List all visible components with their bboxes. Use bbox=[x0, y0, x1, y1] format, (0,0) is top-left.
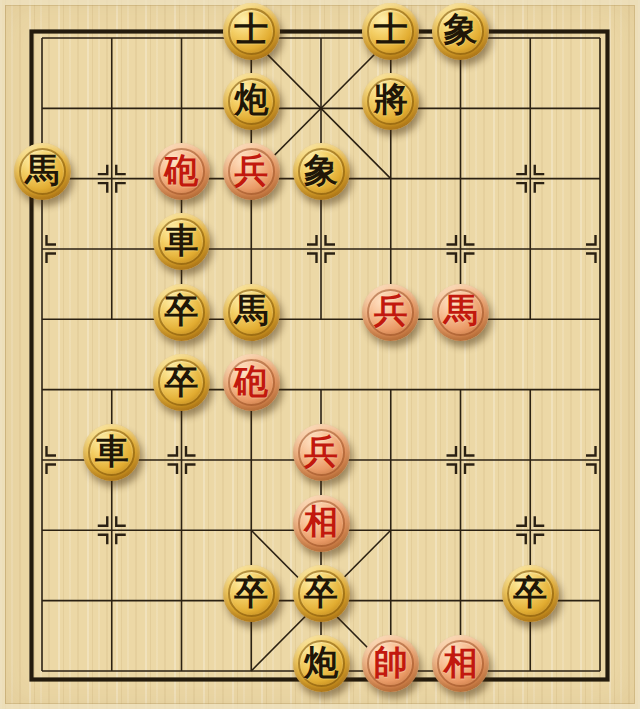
piece-black-advisor[interactable]: 士 bbox=[362, 3, 419, 60]
black-horse-glyph: 馬 bbox=[25, 154, 59, 188]
red-soldier-glyph: 兵 bbox=[304, 435, 338, 469]
black-soldier-glyph: 卒 bbox=[234, 576, 268, 610]
black-cannon-glyph: 炮 bbox=[304, 646, 338, 680]
piece-red-soldier[interactable]: 兵 bbox=[362, 284, 419, 341]
xiangqi-board[interactable]: 士士象炮將馬砲兵象車卒馬兵馬卒砲車兵相卒卒卒炮帥相 bbox=[0, 0, 640, 709]
piece-black-general[interactable]: 將 bbox=[362, 73, 419, 130]
piece-black-soldier[interactable]: 卒 bbox=[153, 284, 210, 341]
piece-black-elephant[interactable]: 象 bbox=[293, 143, 350, 200]
piece-black-soldier[interactable]: 卒 bbox=[293, 565, 350, 622]
black-chariot-glyph: 車 bbox=[165, 224, 199, 258]
red-horse-glyph: 馬 bbox=[444, 294, 478, 328]
black-elephant-glyph: 象 bbox=[304, 154, 338, 188]
black-cannon-glyph: 炮 bbox=[234, 83, 268, 117]
black-general-glyph: 將 bbox=[374, 83, 408, 117]
piece-black-advisor[interactable]: 士 bbox=[223, 3, 280, 60]
piece-black-cannon[interactable]: 炮 bbox=[293, 635, 350, 692]
piece-red-cannon[interactable]: 砲 bbox=[223, 354, 280, 411]
black-soldier-glyph: 卒 bbox=[165, 294, 199, 328]
red-soldier-glyph: 兵 bbox=[234, 154, 268, 188]
black-horse-glyph: 馬 bbox=[234, 294, 268, 328]
red-general-glyph: 帥 bbox=[374, 646, 408, 680]
piece-red-soldier[interactable]: 兵 bbox=[223, 143, 280, 200]
red-cannon-glyph: 砲 bbox=[165, 154, 199, 188]
piece-black-elephant[interactable]: 象 bbox=[432, 3, 489, 60]
piece-black-horse[interactable]: 馬 bbox=[14, 143, 71, 200]
piece-black-horse[interactable]: 馬 bbox=[223, 284, 280, 341]
piece-red-horse[interactable]: 馬 bbox=[432, 284, 489, 341]
piece-black-soldier[interactable]: 卒 bbox=[223, 565, 280, 622]
black-elephant-glyph: 象 bbox=[444, 13, 478, 47]
red-cannon-glyph: 砲 bbox=[234, 365, 268, 399]
piece-red-cannon[interactable]: 砲 bbox=[153, 143, 210, 200]
black-advisor-glyph: 士 bbox=[234, 13, 268, 47]
red-elephant-glyph: 相 bbox=[304, 505, 338, 539]
black-soldier-glyph: 卒 bbox=[165, 365, 199, 399]
red-soldier-glyph: 兵 bbox=[374, 294, 408, 328]
piece-black-soldier[interactable]: 卒 bbox=[502, 565, 559, 622]
black-soldier-glyph: 卒 bbox=[513, 576, 547, 610]
piece-black-soldier[interactable]: 卒 bbox=[153, 354, 210, 411]
piece-red-elephant[interactable]: 相 bbox=[293, 495, 350, 552]
black-chariot-glyph: 車 bbox=[95, 435, 129, 469]
black-advisor-glyph: 士 bbox=[374, 13, 408, 47]
red-elephant-glyph: 相 bbox=[444, 646, 478, 680]
black-soldier-glyph: 卒 bbox=[304, 576, 338, 610]
piece-black-cannon[interactable]: 炮 bbox=[223, 73, 280, 130]
piece-red-soldier[interactable]: 兵 bbox=[293, 424, 350, 481]
